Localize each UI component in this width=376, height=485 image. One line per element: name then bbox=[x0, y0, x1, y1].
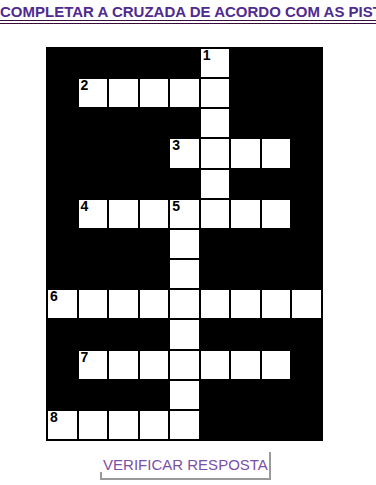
crossword-cell-r5c2[interactable] bbox=[108, 199, 139, 229]
block-cell bbox=[230, 108, 261, 138]
block-cell bbox=[230, 410, 261, 440]
block-cell bbox=[291, 350, 322, 380]
crossword-cell-r10c2[interactable] bbox=[108, 350, 139, 380]
block-cell bbox=[230, 259, 261, 289]
block-cell bbox=[108, 169, 139, 199]
verify-answer-button[interactable]: VERIFICAR RESPOSTA bbox=[102, 452, 271, 480]
block-cell bbox=[108, 48, 139, 78]
crossword-cell-r5c3[interactable] bbox=[139, 199, 170, 229]
crossword-cell-r1c5[interactable] bbox=[200, 78, 231, 108]
clue-number-5: 5 bbox=[172, 199, 180, 214]
crossword-cell-r10c3[interactable] bbox=[139, 350, 170, 380]
block-cell bbox=[200, 229, 231, 259]
crossword-cell-r8c4[interactable] bbox=[169, 289, 200, 319]
crossword-cell-r1c2[interactable] bbox=[108, 78, 139, 108]
crossword-cell-r5c7[interactable] bbox=[261, 199, 292, 229]
block-cell bbox=[108, 259, 139, 289]
crossword-cell-r3c6[interactable] bbox=[230, 138, 261, 168]
block-cell bbox=[200, 259, 231, 289]
title-divider bbox=[0, 20, 376, 24]
crossword-cell-r10c5[interactable] bbox=[200, 350, 231, 380]
block-cell bbox=[261, 48, 292, 78]
block-cell bbox=[108, 229, 139, 259]
crossword-cell-r12c3[interactable] bbox=[139, 410, 170, 440]
clue-number-8: 8 bbox=[50, 410, 58, 425]
block-cell bbox=[47, 199, 78, 229]
crossword-cell-r6c4[interactable] bbox=[169, 229, 200, 259]
block-cell bbox=[291, 169, 322, 199]
block-cell bbox=[139, 380, 170, 410]
block-cell bbox=[230, 229, 261, 259]
crossword-cell-r3c7[interactable] bbox=[261, 138, 292, 168]
block-cell bbox=[200, 410, 231, 440]
block-cell bbox=[291, 380, 322, 410]
block-cell bbox=[47, 350, 78, 380]
crossword-cell-r1c4[interactable] bbox=[169, 78, 200, 108]
crossword-cell-r8c1[interactable] bbox=[78, 289, 109, 319]
block-cell bbox=[78, 259, 109, 289]
block-cell bbox=[47, 229, 78, 259]
block-cell bbox=[47, 259, 78, 289]
clue-number-1: 1 bbox=[203, 48, 211, 63]
crossword-cell-r7c4[interactable] bbox=[169, 259, 200, 289]
block-cell bbox=[169, 169, 200, 199]
block-cell bbox=[291, 199, 322, 229]
block-cell bbox=[47, 319, 78, 349]
block-cell bbox=[78, 108, 109, 138]
crossword-cell-r5c4[interactable]: 5 bbox=[169, 199, 200, 229]
crossword-cell-r3c4[interactable]: 3 bbox=[169, 138, 200, 168]
crossword-cell-r2c5[interactable] bbox=[200, 108, 231, 138]
block-cell bbox=[139, 259, 170, 289]
block-cell bbox=[78, 319, 109, 349]
crossword-cell-r0c5[interactable]: 1 bbox=[200, 48, 231, 78]
block-cell bbox=[200, 319, 231, 349]
clue-number-4: 4 bbox=[81, 199, 89, 214]
block-cell bbox=[200, 380, 231, 410]
crossword-cell-r8c6[interactable] bbox=[230, 289, 261, 319]
clue-number-2: 2 bbox=[81, 78, 89, 93]
block-cell bbox=[230, 78, 261, 108]
block-cell bbox=[47, 78, 78, 108]
crossword-cell-r1c1[interactable]: 2 bbox=[78, 78, 109, 108]
block-cell bbox=[139, 169, 170, 199]
block-cell bbox=[291, 78, 322, 108]
crossword-cell-r12c2[interactable] bbox=[108, 410, 139, 440]
block-cell bbox=[291, 410, 322, 440]
block-cell bbox=[169, 108, 200, 138]
block-cell bbox=[261, 410, 292, 440]
block-cell bbox=[261, 78, 292, 108]
block-cell bbox=[108, 380, 139, 410]
crossword-cell-r9c4[interactable] bbox=[169, 319, 200, 349]
crossword-cell-r10c6[interactable] bbox=[230, 350, 261, 380]
block-cell bbox=[139, 319, 170, 349]
crossword-cell-r12c4[interactable] bbox=[169, 410, 200, 440]
block-cell bbox=[291, 138, 322, 168]
block-cell bbox=[291, 259, 322, 289]
clue-number-7: 7 bbox=[81, 350, 89, 365]
block-cell bbox=[261, 319, 292, 349]
block-cell bbox=[291, 319, 322, 349]
block-cell bbox=[47, 48, 78, 78]
crossword-cell-r10c7[interactable] bbox=[261, 350, 292, 380]
page-title: COMPLETAR A CRUZADA DE ACORDO COM AS PIS… bbox=[0, 3, 376, 20]
block-cell bbox=[139, 108, 170, 138]
crossword-cell-r5c6[interactable] bbox=[230, 199, 261, 229]
block-cell bbox=[139, 229, 170, 259]
block-cell bbox=[230, 48, 261, 78]
block-cell bbox=[78, 229, 109, 259]
block-cell bbox=[139, 138, 170, 168]
block-cell bbox=[108, 108, 139, 138]
block-cell bbox=[108, 138, 139, 168]
clue-number-6: 6 bbox=[50, 289, 58, 304]
crossword-cell-r1c3[interactable] bbox=[139, 78, 170, 108]
block-cell bbox=[47, 169, 78, 199]
crossword-cell-r8c7[interactable] bbox=[261, 289, 292, 319]
block-cell bbox=[291, 48, 322, 78]
crossword-cell-r4c5[interactable] bbox=[200, 169, 231, 199]
block-cell bbox=[78, 48, 109, 78]
crossword-cell-r8c0[interactable]: 6 bbox=[47, 289, 78, 319]
block-cell bbox=[261, 169, 292, 199]
block-cell bbox=[169, 48, 200, 78]
block-cell bbox=[139, 48, 170, 78]
crossword-cell-r5c5[interactable] bbox=[200, 199, 231, 229]
block-cell bbox=[78, 380, 109, 410]
crossword-cell-r5c1[interactable]: 4 bbox=[78, 199, 109, 229]
crossword-cell-r10c1[interactable]: 7 bbox=[78, 350, 109, 380]
crossword-cell-r8c2[interactable] bbox=[108, 289, 139, 319]
block-cell bbox=[108, 319, 139, 349]
block-cell bbox=[78, 169, 109, 199]
crossword-cell-r8c3[interactable] bbox=[139, 289, 170, 319]
block-cell bbox=[78, 138, 109, 168]
block-cell bbox=[261, 108, 292, 138]
crossword-cell-r8c8[interactable] bbox=[291, 289, 322, 319]
crossword-cell-r8c5[interactable] bbox=[200, 289, 231, 319]
block-cell bbox=[230, 319, 261, 349]
block-cell bbox=[230, 169, 261, 199]
block-cell bbox=[261, 380, 292, 410]
block-cell bbox=[291, 108, 322, 138]
block-cell bbox=[47, 138, 78, 168]
block-cell bbox=[230, 380, 261, 410]
crossword-cell-r3c5[interactable] bbox=[200, 138, 231, 168]
crossword-cell-r12c1[interactable] bbox=[78, 410, 109, 440]
block-cell bbox=[291, 229, 322, 259]
verify-answer-label: VERIFICAR RESPOSTA bbox=[103, 456, 268, 473]
crossword-page: COMPLETAR A CRUZADA DE ACORDO COM AS PIS… bbox=[0, 0, 376, 485]
block-cell bbox=[261, 229, 292, 259]
crossword-cell-r11c4[interactable] bbox=[169, 380, 200, 410]
block-cell bbox=[47, 108, 78, 138]
clue-number-3: 3 bbox=[172, 138, 180, 153]
block-cell bbox=[47, 380, 78, 410]
crossword-cell-r12c0[interactable]: 8 bbox=[47, 410, 78, 440]
crossword-board: 12345678 bbox=[46, 47, 323, 441]
crossword-cell-r10c4[interactable] bbox=[169, 350, 200, 380]
block-cell bbox=[261, 259, 292, 289]
